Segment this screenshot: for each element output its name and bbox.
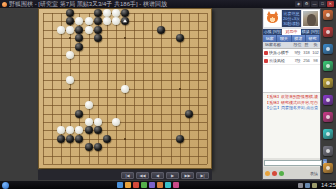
system-tray <box>298 183 317 188</box>
replay-nav-button[interactable]: ▶▶ <box>181 172 194 179</box>
tray-icon[interactable] <box>298 183 303 188</box>
black-stone <box>75 43 83 51</box>
taskbar-clock: 14:25 <box>321 181 336 189</box>
window-title: 野狐围棋 - [研究室 第7局 黑贴3又3/4子 共186手] - 棋谱回放 <box>9 0 295 8</box>
tab-聊天[interactable]: 聊天 <box>277 35 291 42</box>
match-info-box: 比赛信息20分+3次30秒读秒 <box>282 10 301 27</box>
grid-line-v <box>152 13 153 164</box>
black-stone <box>94 26 102 34</box>
list-header-cell: 玩家名称 <box>263 42 293 48</box>
fox-avatar-icon <box>267 14 278 23</box>
player-wins: 318 <box>302 50 311 55</box>
white-stone <box>121 85 129 93</box>
grid-line-v <box>161 13 162 164</box>
grid-line-v <box>134 13 135 164</box>
white-stone <box>94 118 102 126</box>
replay-toolbar: |◀◀◀◀▶▶▶▶| <box>38 170 212 180</box>
black-stone <box>75 110 83 118</box>
black-stone <box>85 143 93 151</box>
black-stone <box>157 26 165 34</box>
list-header-cell: 胜 <box>302 42 311 48</box>
chat-message-area: 【系统】欢迎来到野狐围棋,请文明交流。【系统】研究模式已开启,可自由摆子。【公告… <box>263 93 320 158</box>
white-stone <box>66 126 74 134</box>
white-stone <box>66 26 74 34</box>
taskbar-app-icon[interactable] <box>133 182 139 188</box>
white-stone <box>85 118 93 126</box>
grid-line-v <box>207 13 208 164</box>
tab-研究[interactable]: 研究 <box>306 35 320 42</box>
black-stone <box>94 9 102 17</box>
black-stone <box>75 26 83 34</box>
white-stone <box>85 26 93 34</box>
black-player-avatar[interactable] <box>264 10 281 27</box>
replay-nav-button[interactable]: ▶ <box>166 172 179 179</box>
friends-icon[interactable] <box>323 10 333 20</box>
player-list-row[interactable]: 云淡风轻7段25698 <box>263 57 320 65</box>
fox-logo-icon <box>2 2 7 7</box>
tray-icon[interactable] <box>305 183 310 188</box>
grid-line-h <box>43 97 207 98</box>
black-stone <box>75 135 83 143</box>
black-stone <box>75 34 83 42</box>
grid-line-v <box>171 13 172 164</box>
last-move-marker <box>123 20 127 23</box>
emote-icon[interactable] <box>272 171 277 176</box>
emote-icon[interactable] <box>265 171 270 176</box>
skin-button[interactable]: ◈ <box>295 1 302 7</box>
player-list: 快乐小棋手9段318102云淡风轻7段25698 <box>263 49 320 65</box>
black-stone <box>94 143 102 151</box>
os-taskbar: 14:25 <box>0 181 336 189</box>
white-stone <box>103 17 111 25</box>
list-header-cell: 负 <box>311 42 320 48</box>
grid-line-h <box>43 122 207 123</box>
player-rank: 9段 <box>293 50 302 55</box>
players-row: 比赛信息20分+3次30秒读秒 <box>263 9 320 28</box>
match-icon[interactable] <box>323 44 333 54</box>
taskbar-app-icon[interactable] <box>165 182 171 188</box>
player-losses: 102 <box>311 50 320 55</box>
player-name: 快乐小棋手 <box>269 50 293 55</box>
minimize-button[interactable]: — <box>311 1 318 7</box>
taskbar-app-icon[interactable] <box>149 182 155 188</box>
player-list-empty-area <box>263 65 320 93</box>
gift-icon[interactable] <box>323 112 333 122</box>
white-stone <box>103 9 111 17</box>
tab-棋谱[interactable]: 棋谱 <box>292 35 306 42</box>
replay-nav-button[interactable]: |◀ <box>121 172 134 179</box>
grid-line-h <box>43 105 207 106</box>
replay-nav-button[interactable]: ▶| <box>196 172 209 179</box>
player-wins: 256 <box>302 58 311 63</box>
replay-nav-button[interactable]: ◀ <box>151 172 164 179</box>
star-point <box>124 138 126 140</box>
match-info-line: 30秒读秒 <box>282 21 301 26</box>
taskbar-app-icons <box>117 182 179 188</box>
player-name: 云淡风轻 <box>269 58 293 63</box>
emote-icon[interactable] <box>279 171 284 176</box>
chat-input-row: 发送 <box>263 158 320 167</box>
taskbar-app-icon[interactable] <box>141 182 147 188</box>
black-stone <box>85 126 93 134</box>
help-icon[interactable] <box>323 146 333 156</box>
news-icon[interactable] <box>323 163 333 173</box>
black-stone <box>66 17 74 25</box>
white-stone <box>75 126 83 134</box>
side-icon-strip <box>323 10 335 173</box>
black-stone <box>94 34 102 42</box>
window-controls: ◈⚙—□✕ <box>295 1 334 7</box>
taskbar-app-icon[interactable] <box>125 182 131 188</box>
app-window: 野狐围棋 - [研究室 第7局 黑贴3又3/4子 共186手] - 棋谱回放 ◈… <box>0 0 336 189</box>
white-stone <box>112 17 120 25</box>
white-player-name: 棋缘 [9段] <box>301 29 320 35</box>
black-stone <box>103 135 111 143</box>
grid-line-v <box>189 13 190 164</box>
black-stone <box>185 110 193 118</box>
grid-line-h <box>43 164 207 165</box>
taskbar-app-icon[interactable] <box>117 182 123 188</box>
maximize-button[interactable]: □ <box>319 1 326 7</box>
settings-button[interactable]: ⚙ <box>303 1 310 7</box>
black-stone <box>94 126 102 134</box>
player-list-header: 玩家名称段位胜负 <box>263 42 320 49</box>
black-stone <box>176 34 184 42</box>
black-stone <box>66 9 74 17</box>
black-stone <box>66 135 74 143</box>
rank-icon[interactable] <box>323 95 333 105</box>
chat-input[interactable] <box>264 160 322 166</box>
white-stone <box>85 101 93 109</box>
taskbar-app-icon[interactable] <box>157 182 163 188</box>
taskbar-app-icon[interactable] <box>173 182 179 188</box>
grid-line-h <box>43 114 207 115</box>
black-stone <box>94 17 102 25</box>
player-rank: 7段 <box>293 58 302 63</box>
player-losses: 98 <box>311 58 320 63</box>
goban-grid[interactable] <box>39 9 211 168</box>
white-stone <box>66 51 74 59</box>
white-stone <box>112 9 120 17</box>
panel-tabs: 玩家聊天棋谱研究 <box>263 35 320 42</box>
grid-line-h <box>43 147 207 148</box>
replay-nav-button[interactable]: ◀◀ <box>136 172 149 179</box>
white-stone <box>57 26 65 34</box>
tray-icon[interactable] <box>312 183 317 188</box>
mall-icon[interactable] <box>323 27 333 37</box>
start-button[interactable] <box>2 182 9 189</box>
black-stone <box>176 135 184 143</box>
grid-line-h <box>43 156 207 157</box>
photo-avatar-figure <box>307 14 316 26</box>
title-bar: 野狐围棋 - [研究室 第7局 黑贴3又3/4子 共186手] - 棋谱回放 ◈… <box>0 0 336 8</box>
white-stone <box>85 17 93 25</box>
game-side-panel: 比赛信息20分+3次30秒读秒 小狐 [9段] 对局中 棋缘 [9段] 玩家聊天… <box>262 8 321 180</box>
chat-message: 【系统】欢迎来到野狐围棋,请文明交流。 <box>265 94 318 100</box>
player-names-row: 小狐 [9段] 对局中 棋缘 [9段] <box>263 28 320 35</box>
star-point <box>179 88 181 90</box>
close-button[interactable]: ✕ <box>327 1 334 7</box>
task-icon[interactable] <box>323 61 333 71</box>
grid-line-v <box>143 13 144 164</box>
black-stone <box>121 17 129 25</box>
black-player-name: 小狐 [9段] <box>263 29 282 35</box>
white-stone <box>112 118 120 126</box>
mail-icon[interactable] <box>323 78 333 88</box>
go-board <box>38 8 212 169</box>
black-stone <box>57 135 65 143</box>
white-stone <box>75 17 83 25</box>
black-stone <box>121 9 129 17</box>
player-list-row[interactable]: 快乐小棋手9段318102 <box>263 49 320 57</box>
match-status: 对局中 <box>282 29 301 35</box>
list-header-cell: 段位 <box>293 42 302 48</box>
grid-line-v <box>198 13 199 164</box>
emote-label[interactable]: 表情 <box>310 171 318 176</box>
emote-row: 表情 <box>263 167 320 179</box>
tab-玩家[interactable]: 玩家 <box>263 35 277 42</box>
player-flag-icon <box>264 51 268 55</box>
setting-icon[interactable] <box>323 129 333 139</box>
player-flag-icon <box>264 59 268 63</box>
white-stone <box>66 76 74 84</box>
chat-message: 【公告】周赛报名开始,点击查看详情。 <box>265 105 318 111</box>
white-stone <box>57 126 65 134</box>
white-player-avatar[interactable] <box>302 10 319 27</box>
